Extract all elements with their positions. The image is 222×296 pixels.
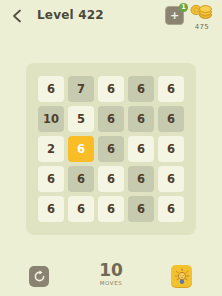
- chevron-left-icon: [11, 9, 23, 23]
- game-screen: Level 422 + 1 475 6766610566626666666666…: [0, 0, 222, 296]
- cell-r5c2[interactable]: 6: [68, 196, 94, 222]
- cell-r4c4[interactable]: 6: [128, 166, 154, 192]
- cell-r1c5[interactable]: 6: [158, 76, 184, 102]
- cell-r5c3[interactable]: 6: [98, 196, 124, 222]
- cell-r3c1[interactable]: 2: [38, 136, 64, 162]
- plus-icon: +: [170, 10, 179, 21]
- cell-r1c1[interactable]: 6: [38, 76, 64, 102]
- cell-r2c5[interactable]: 6: [158, 106, 184, 132]
- cell-r5c4[interactable]: 6: [128, 196, 154, 222]
- cell-r2c2[interactable]: 5: [68, 106, 94, 132]
- cell-r2c1[interactable]: 10: [38, 106, 64, 132]
- cell-r4c2[interactable]: 6: [68, 166, 94, 192]
- cell-r2c4[interactable]: 6: [128, 106, 154, 132]
- lightbulb-icon: [174, 268, 190, 285]
- level-title: Level 422: [37, 8, 104, 22]
- back-button[interactable]: [8, 7, 26, 25]
- coins-icon: [190, 4, 214, 20]
- cell-r2c3[interactable]: 6: [98, 106, 124, 132]
- coin-count: 475: [189, 23, 215, 31]
- cell-r3c4[interactable]: 6: [128, 136, 154, 162]
- restart-button[interactable]: [29, 266, 49, 287]
- cell-r5c1[interactable]: 6: [38, 196, 64, 222]
- board: 67666105666266666666666666: [26, 63, 196, 235]
- cell-r1c2[interactable]: 7: [68, 76, 94, 102]
- hint-button[interactable]: [171, 265, 192, 287]
- add-moves-button[interactable]: + 1: [165, 6, 184, 25]
- add-badge: 1: [179, 3, 188, 12]
- refresh-icon: [33, 270, 46, 283]
- cell-r4c5[interactable]: 6: [158, 166, 184, 192]
- cell-r3c5[interactable]: 6: [158, 136, 184, 162]
- cell-r1c3[interactable]: 6: [98, 76, 124, 102]
- cell-r3c2[interactable]: 6: [68, 136, 94, 162]
- cell-r4c3[interactable]: 6: [98, 166, 124, 192]
- cell-r5c5[interactable]: 6: [158, 196, 184, 222]
- cell-r3c3[interactable]: 6: [98, 136, 124, 162]
- coin-counter: 475: [189, 4, 215, 31]
- cell-r4c1[interactable]: 6: [38, 166, 64, 192]
- cell-r1c4[interactable]: 6: [128, 76, 154, 102]
